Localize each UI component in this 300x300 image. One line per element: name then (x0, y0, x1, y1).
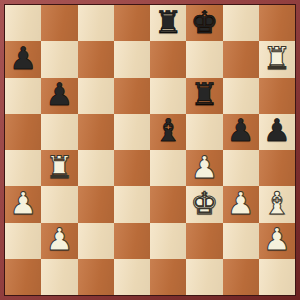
square-c3[interactable] (78, 186, 114, 222)
square-e7[interactable] (150, 41, 186, 77)
square-h5[interactable]: ♟ (259, 114, 295, 150)
square-a6[interactable] (5, 78, 41, 114)
square-g6[interactable] (223, 78, 259, 114)
square-f7[interactable] (186, 41, 222, 77)
black-pawn[interactable]: ♟ (9, 43, 37, 74)
square-d8[interactable] (114, 5, 150, 41)
black-pawn[interactable]: ♟ (45, 79, 73, 110)
square-f1[interactable] (186, 259, 222, 295)
square-c8[interactable] (78, 5, 114, 41)
white-king[interactable]: ♚ (190, 188, 218, 219)
square-g8[interactable] (223, 5, 259, 41)
chess-board: ♜♚♟♜♟♜♝♟♟♜♟♟♚♟♝♟♟ (4, 4, 296, 296)
square-c2[interactable] (78, 223, 114, 259)
square-f5[interactable] (186, 114, 222, 150)
square-c1[interactable] (78, 259, 114, 295)
square-c7[interactable] (78, 41, 114, 77)
square-f4[interactable]: ♟ (186, 150, 222, 186)
square-d5[interactable] (114, 114, 150, 150)
square-h8[interactable] (259, 5, 295, 41)
white-pawn[interactable]: ♟ (263, 224, 291, 255)
square-g1[interactable] (223, 259, 259, 295)
square-b8[interactable] (41, 5, 77, 41)
white-rook[interactable]: ♜ (263, 43, 291, 74)
square-e8[interactable]: ♜ (150, 5, 186, 41)
square-b7[interactable] (41, 41, 77, 77)
white-pawn[interactable]: ♟ (227, 188, 255, 219)
square-f6[interactable]: ♜ (186, 78, 222, 114)
square-h7[interactable]: ♜ (259, 41, 295, 77)
black-bishop[interactable]: ♝ (154, 115, 182, 146)
square-a5[interactable] (5, 114, 41, 150)
square-b5[interactable] (41, 114, 77, 150)
square-h2[interactable]: ♟ (259, 223, 295, 259)
square-a2[interactable] (5, 223, 41, 259)
square-f2[interactable] (186, 223, 222, 259)
square-b2[interactable]: ♟ (41, 223, 77, 259)
square-e6[interactable] (150, 78, 186, 114)
square-d2[interactable] (114, 223, 150, 259)
square-d3[interactable] (114, 186, 150, 222)
white-pawn[interactable]: ♟ (9, 188, 37, 219)
square-b3[interactable] (41, 186, 77, 222)
black-pawn[interactable]: ♟ (263, 115, 291, 146)
square-d7[interactable] (114, 41, 150, 77)
white-bishop[interactable]: ♝ (263, 188, 291, 219)
square-h3[interactable]: ♝ (259, 186, 295, 222)
square-e1[interactable] (150, 259, 186, 295)
square-h6[interactable] (259, 78, 295, 114)
square-g3[interactable]: ♟ (223, 186, 259, 222)
square-a4[interactable] (5, 150, 41, 186)
white-rook[interactable]: ♜ (45, 152, 73, 183)
square-a7[interactable]: ♟ (5, 41, 41, 77)
square-a1[interactable] (5, 259, 41, 295)
square-e4[interactable] (150, 150, 186, 186)
square-g7[interactable] (223, 41, 259, 77)
square-f3[interactable]: ♚ (186, 186, 222, 222)
square-f8[interactable]: ♚ (186, 5, 222, 41)
square-c4[interactable] (78, 150, 114, 186)
black-rook[interactable]: ♜ (154, 7, 182, 38)
white-pawn[interactable]: ♟ (45, 224, 73, 255)
square-c5[interactable] (78, 114, 114, 150)
square-e3[interactable] (150, 186, 186, 222)
square-h1[interactable] (259, 259, 295, 295)
square-g2[interactable] (223, 223, 259, 259)
square-e2[interactable] (150, 223, 186, 259)
square-a3[interactable]: ♟ (5, 186, 41, 222)
square-d4[interactable] (114, 150, 150, 186)
square-a8[interactable] (5, 5, 41, 41)
black-rook[interactable]: ♜ (190, 79, 218, 110)
square-d6[interactable] (114, 78, 150, 114)
square-b6[interactable]: ♟ (41, 78, 77, 114)
chess-board-frame: ♜♚♟♜♟♜♝♟♟♜♟♟♚♟♝♟♟ (0, 0, 300, 300)
square-g5[interactable]: ♟ (223, 114, 259, 150)
white-pawn[interactable]: ♟ (190, 152, 218, 183)
square-b4[interactable]: ♜ (41, 150, 77, 186)
square-e5[interactable]: ♝ (150, 114, 186, 150)
square-c6[interactable] (78, 78, 114, 114)
square-d1[interactable] (114, 259, 150, 295)
square-h4[interactable] (259, 150, 295, 186)
square-b1[interactable] (41, 259, 77, 295)
black-pawn[interactable]: ♟ (227, 115, 255, 146)
square-g4[interactable] (223, 150, 259, 186)
black-king[interactable]: ♚ (190, 7, 218, 38)
